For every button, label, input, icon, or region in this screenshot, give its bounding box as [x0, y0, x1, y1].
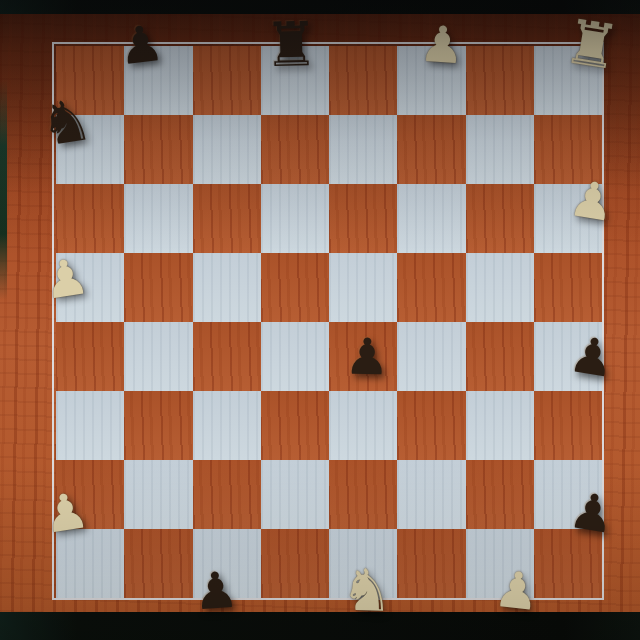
square-e5[interactable] [329, 253, 397, 322]
square-g8[interactable] [466, 46, 534, 115]
square-d1[interactable] [261, 529, 329, 598]
square-e7[interactable] [329, 115, 397, 184]
piece-white-rook-h8[interactable]: ♜ [560, 10, 624, 79]
square-c6[interactable] [193, 184, 261, 253]
piece-white-pawn-a2[interactable]: ♟ [40, 485, 92, 541]
square-c4[interactable] [193, 322, 261, 391]
square-b3[interactable] [124, 391, 192, 460]
square-d3[interactable] [261, 391, 329, 460]
square-f2[interactable] [397, 460, 465, 529]
square-c8[interactable] [193, 46, 261, 115]
piece-black-pawn-c1[interactable]: ♟ [192, 564, 240, 617]
piece-black-pawn-b8[interactable]: ♟ [116, 18, 166, 73]
square-c5[interactable] [193, 253, 261, 322]
square-d2[interactable] [261, 460, 329, 529]
square-a6[interactable] [56, 184, 124, 253]
square-g4[interactable] [466, 322, 534, 391]
square-e2[interactable] [329, 460, 397, 529]
square-b5[interactable] [124, 253, 192, 322]
square-f7[interactable] [397, 115, 465, 184]
piece-white-pawn-g1[interactable]: ♟ [492, 564, 542, 619]
square-h3[interactable] [534, 391, 602, 460]
square-d4[interactable] [261, 322, 329, 391]
square-f3[interactable] [397, 391, 465, 460]
square-e8[interactable] [329, 46, 397, 115]
piece-white-pawn-a5[interactable]: ♟ [40, 251, 92, 307]
piece-white-pawn-h6[interactable]: ♟ [566, 173, 618, 229]
square-b2[interactable] [124, 460, 192, 529]
square-a3[interactable] [56, 391, 124, 460]
square-e6[interactable] [329, 184, 397, 253]
square-b4[interactable] [124, 322, 192, 391]
square-g5[interactable] [466, 253, 534, 322]
square-b7[interactable] [124, 115, 192, 184]
square-e3[interactable] [329, 391, 397, 460]
chess-board-grid [56, 46, 602, 598]
piece-black-rook-d8[interactable]: ♜ [263, 13, 319, 75]
chessboard-photo: ♟♜♟♜♞♟♟♟♟♟♟♟♞♟ [0, 0, 640, 640]
piece-white-pawn-f8[interactable]: ♟ [418, 19, 466, 72]
piece-white-knight-e1[interactable]: ♞ [340, 561, 393, 620]
square-d7[interactable] [261, 115, 329, 184]
square-b1[interactable] [124, 529, 192, 598]
piece-black-knight-a7[interactable]: ♞ [36, 90, 96, 155]
table-edge-left [0, 80, 7, 300]
square-d6[interactable] [261, 184, 329, 253]
square-g2[interactable] [466, 460, 534, 529]
square-a4[interactable] [56, 322, 124, 391]
square-g3[interactable] [466, 391, 534, 460]
square-f1[interactable] [397, 529, 465, 598]
square-h5[interactable] [534, 253, 602, 322]
piece-black-pawn-e4[interactable]: ♟ [344, 331, 390, 382]
piece-black-pawn-h2[interactable]: ♟ [566, 485, 618, 541]
square-f4[interactable] [397, 322, 465, 391]
square-g7[interactable] [466, 115, 534, 184]
square-c7[interactable] [193, 115, 261, 184]
table-background-top [0, 0, 640, 14]
piece-black-pawn-h4[interactable]: ♟ [566, 329, 618, 385]
square-f6[interactable] [397, 184, 465, 253]
table-background-bottom [0, 612, 640, 640]
square-b6[interactable] [124, 184, 192, 253]
square-f5[interactable] [397, 253, 465, 322]
square-d5[interactable] [261, 253, 329, 322]
square-c3[interactable] [193, 391, 261, 460]
square-g6[interactable] [466, 184, 534, 253]
square-c2[interactable] [193, 460, 261, 529]
